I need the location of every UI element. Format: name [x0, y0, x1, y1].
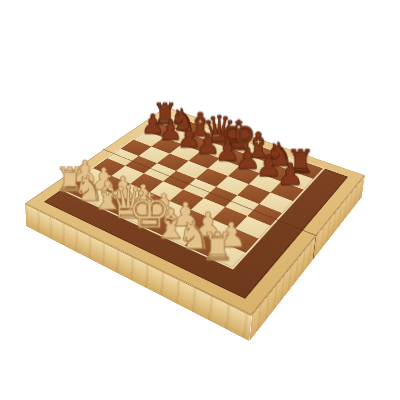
fold-seam-edge — [313, 236, 317, 260]
folding-chess-board: ♜♞♝♛♚♝♞♜♟♟♟♟♟♟♟♟♟♟♟♟♟♟♟♟♜♞♝♛♚♝♞♜ — [25, 107, 365, 315]
white-rook-h1[interactable]: ♜ — [200, 230, 234, 264]
black-pawn-h7[interactable]: ♟ — [277, 160, 304, 187]
chess-set-scene: ♜♞♝♛♚♝♞♜♟♟♟♟♟♟♟♟♟♟♟♟♟♟♟♟♜♞♝♛♚♝♞♜ — [77, 66, 323, 312]
product-photo: ♜♞♝♛♚♝♞♜♟♟♟♟♟♟♟♟♟♟♟♟♟♟♟♟♜♞♝♛♚♝♞♜ — [0, 0, 400, 400]
